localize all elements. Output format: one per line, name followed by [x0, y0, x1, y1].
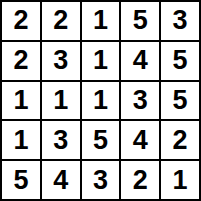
grid-cell-r5c5[interactable]: 1 — [161, 161, 199, 199]
cell-digit: 1 — [173, 167, 188, 194]
grid-cell-r2c4[interactable]: 4 — [121, 42, 159, 80]
cell-digit: 5 — [93, 127, 108, 154]
cell-digit: 4 — [133, 47, 148, 74]
grid-cell-r1c3[interactable]: 1 — [82, 2, 120, 40]
cell-digit: 5 — [173, 87, 188, 114]
grid-cell-r1c5[interactable]: 3 — [161, 2, 199, 40]
cell-digit: 1 — [13, 127, 28, 154]
cell-digit: 5 — [13, 167, 28, 194]
cell-digit: 3 — [53, 47, 68, 74]
cell-digit: 3 — [93, 167, 108, 194]
grid-cell-r5c1[interactable]: 5 — [2, 161, 40, 199]
grid-cell-r4c5[interactable]: 2 — [161, 121, 199, 159]
grid-cell-r4c1[interactable]: 1 — [2, 121, 40, 159]
grid-cell-r1c1[interactable]: 2 — [2, 2, 40, 40]
grid-cell-r3c2[interactable]: 1 — [42, 82, 80, 120]
cell-digit: 5 — [133, 7, 148, 34]
puzzle-board: 2215323145111351354254321 — [0, 0, 201, 201]
grid-cell-r4c3[interactable]: 5 — [82, 121, 120, 159]
grid-cell-r4c4[interactable]: 4 — [121, 121, 159, 159]
grid-cell-r3c5[interactable]: 5 — [161, 82, 199, 120]
grid-cell-r5c2[interactable]: 4 — [42, 161, 80, 199]
grid-cell-r5c4[interactable]: 2 — [121, 161, 159, 199]
grid-cell-r2c1[interactable]: 2 — [2, 42, 40, 80]
cell-digit: 1 — [93, 47, 108, 74]
cell-digit: 3 — [53, 127, 68, 154]
cell-digit: 2 — [133, 167, 148, 194]
grid-cell-r3c3[interactable]: 1 — [82, 82, 120, 120]
cell-digit: 4 — [53, 167, 68, 194]
cell-digit: 2 — [13, 7, 28, 34]
cell-digit: 1 — [93, 7, 108, 34]
grid-cell-r4c2[interactable]: 3 — [42, 121, 80, 159]
cell-digit: 2 — [173, 127, 188, 154]
cell-digit: 1 — [93, 87, 108, 114]
cell-digit: 5 — [173, 47, 188, 74]
cell-digit: 1 — [53, 87, 68, 114]
grid-cell-r2c2[interactable]: 3 — [42, 42, 80, 80]
grid-cell-r3c4[interactable]: 3 — [121, 82, 159, 120]
grid-cell-r5c3[interactable]: 3 — [82, 161, 120, 199]
grid-cell-r2c3[interactable]: 1 — [82, 42, 120, 80]
cell-digit: 2 — [13, 47, 28, 74]
cell-digit: 3 — [133, 87, 148, 114]
grid-cell-r3c1[interactable]: 1 — [2, 82, 40, 120]
cell-digit: 4 — [133, 127, 148, 154]
grid-cell-r2c5[interactable]: 5 — [161, 42, 199, 80]
cell-digit: 3 — [173, 7, 188, 34]
cell-digit: 1 — [13, 87, 28, 114]
grid-cell-r1c2[interactable]: 2 — [42, 2, 80, 40]
cell-digit: 2 — [53, 7, 68, 34]
grid-cell-r1c4[interactable]: 5 — [121, 2, 159, 40]
